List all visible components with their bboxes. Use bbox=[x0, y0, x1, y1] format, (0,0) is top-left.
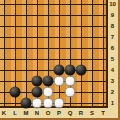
white-stone[interactable] bbox=[65, 87, 76, 98]
column-label: M bbox=[21, 109, 32, 118]
grid-line-horizontal bbox=[0, 15, 106, 16]
frame-bottom-edge bbox=[0, 118, 120, 120]
black-stone[interactable] bbox=[43, 76, 54, 87]
black-stone[interactable] bbox=[76, 65, 87, 76]
column-label: O bbox=[43, 109, 54, 118]
white-stone[interactable] bbox=[54, 98, 65, 109]
column-label: L bbox=[10, 109, 21, 118]
black-stone[interactable] bbox=[32, 87, 43, 98]
black-stone[interactable] bbox=[10, 87, 21, 98]
grid-line-vertical bbox=[26, 0, 27, 106]
row-label: 10 bbox=[107, 0, 118, 8]
white-stone[interactable] bbox=[65, 76, 76, 87]
black-stone[interactable] bbox=[65, 65, 76, 76]
row-label: 3 bbox=[107, 77, 118, 85]
grid-line-vertical bbox=[81, 0, 82, 106]
grid-line-horizontal bbox=[0, 26, 106, 27]
go-board-diagram: KLMNOPQRST10987654321 bbox=[0, 0, 120, 120]
white-stone[interactable] bbox=[32, 98, 43, 109]
row-label: 2 bbox=[107, 88, 118, 96]
grid-line-horizontal bbox=[0, 59, 106, 60]
white-stone[interactable] bbox=[43, 87, 54, 98]
column-label: S bbox=[87, 109, 98, 118]
column-label: P bbox=[54, 109, 65, 118]
grid-line-vertical bbox=[59, 0, 60, 106]
column-label: N bbox=[32, 109, 43, 118]
frame-right-edge bbox=[118, 0, 120, 120]
grid-line-vertical bbox=[103, 0, 104, 106]
column-label: K bbox=[0, 109, 10, 118]
column-label: T bbox=[98, 109, 109, 118]
row-label: 4 bbox=[107, 66, 118, 74]
row-label: 9 bbox=[107, 11, 118, 19]
row-label: 6 bbox=[107, 44, 118, 52]
row-label: 7 bbox=[107, 33, 118, 41]
black-stone[interactable] bbox=[21, 98, 32, 109]
white-stone[interactable] bbox=[54, 76, 65, 87]
column-label: Q bbox=[65, 109, 76, 118]
grid-line-horizontal bbox=[0, 37, 106, 38]
column-label: R bbox=[76, 109, 87, 118]
row-label: 8 bbox=[107, 22, 118, 30]
black-stone[interactable] bbox=[54, 65, 65, 76]
board-surface[interactable] bbox=[0, 0, 108, 108]
row-label: 5 bbox=[107, 55, 118, 63]
black-stone[interactable] bbox=[32, 76, 43, 87]
white-stone[interactable] bbox=[43, 98, 54, 109]
grid-line-horizontal bbox=[0, 48, 106, 49]
row-label: 1 bbox=[107, 99, 118, 107]
grid-line-vertical bbox=[92, 0, 93, 106]
